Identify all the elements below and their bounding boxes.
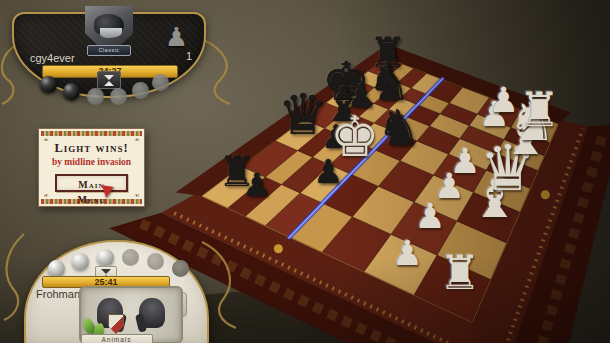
stone-filled[interactable] bbox=[63, 83, 80, 100]
stone-empty bbox=[132, 82, 149, 99]
stone-empty bbox=[110, 88, 127, 105]
result-dialog: ❧ ❧ ❧ ❧ Light wins! by midline invasion … bbox=[38, 128, 145, 207]
stone-empty bbox=[122, 249, 139, 266]
stone-filled[interactable] bbox=[40, 76, 57, 93]
stone-filled[interactable] bbox=[97, 249, 114, 266]
army-banner: Animals bbox=[81, 334, 153, 343]
game-screen: ♜♛♚♜♟♝♟♟♟♞♟♚♞♟♟♟♟♟♟♜♝♛♝♞♜ Classic ♟ cgy4… bbox=[0, 0, 610, 343]
cursor-arrow-icon bbox=[100, 185, 114, 199]
result-subtitle: by midline invasion bbox=[39, 157, 144, 167]
main-menu-button[interactable]: Main Menu bbox=[55, 174, 128, 192]
hourglass-icon[interactable] bbox=[97, 71, 121, 89]
midline-dot bbox=[541, 190, 550, 199]
piece-white-pawn-a2[interactable]: ♟ bbox=[392, 236, 423, 271]
black-army-crest: Classic bbox=[80, 6, 138, 62]
piece-black-knight-d4[interactable]: ♞ bbox=[377, 103, 421, 152]
stone-empty bbox=[147, 253, 164, 270]
stone-filled[interactable] bbox=[72, 253, 89, 270]
stone-empty bbox=[87, 88, 104, 105]
stone-empty bbox=[172, 260, 189, 277]
flourish-icon: ❧ bbox=[43, 191, 49, 199]
elephant-icon bbox=[139, 298, 165, 328]
army-banner: Classic bbox=[87, 45, 131, 56]
flourish-icon: ❧ bbox=[134, 191, 140, 199]
midline-dot bbox=[274, 244, 283, 253]
stone-empty bbox=[152, 74, 169, 91]
stone-filled[interactable] bbox=[48, 260, 65, 277]
piece-black-pawn-a7[interactable]: ♟ bbox=[243, 169, 272, 201]
piece-white-king-c5[interactable]: ♚ bbox=[330, 110, 380, 166]
player-name-top: cgy4ever bbox=[30, 52, 75, 64]
piece-white-rook-a1[interactable]: ♜ bbox=[439, 249, 481, 296]
ribbon-trim bbox=[41, 131, 142, 136]
result-title: Light wins! bbox=[39, 141, 144, 156]
player-score-top: 1 bbox=[186, 50, 192, 62]
pawn-icon: ♟ bbox=[165, 22, 188, 52]
piece-white-rook-h1[interactable]: ♜ bbox=[518, 86, 560, 133]
player-name-bottom: Frohman bbox=[36, 288, 80, 300]
